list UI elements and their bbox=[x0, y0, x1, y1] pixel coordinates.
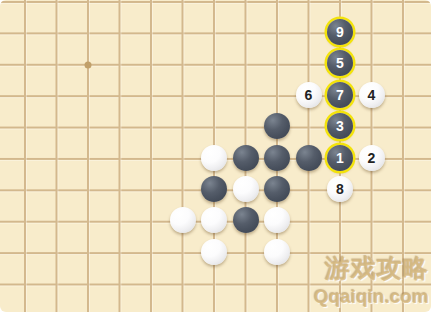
stone-white-2: 2 bbox=[359, 145, 385, 171]
star-point bbox=[85, 61, 92, 68]
stone-white-6: 6 bbox=[296, 82, 322, 108]
stone-black bbox=[264, 145, 290, 171]
stone-black-5: 5 bbox=[327, 50, 353, 76]
stone-white bbox=[264, 239, 290, 265]
stone-black bbox=[264, 113, 290, 139]
stone-white bbox=[233, 176, 259, 202]
stone-black-3: 3 bbox=[327, 113, 353, 139]
stone-black bbox=[201, 176, 227, 202]
stone-black bbox=[233, 145, 259, 171]
stone-black bbox=[233, 207, 259, 233]
stone-white bbox=[170, 207, 196, 233]
screenshot-stage: 956743128 游戏攻略 Qqaiqin.com bbox=[0, 0, 431, 312]
stone-white bbox=[201, 239, 227, 265]
stone-black bbox=[296, 145, 322, 171]
stone-white bbox=[201, 145, 227, 171]
stone-black bbox=[264, 176, 290, 202]
stone-white-4: 4 bbox=[359, 82, 385, 108]
stone-white-8: 8 bbox=[327, 176, 353, 202]
stone-black-1: 1 bbox=[327, 145, 353, 171]
stone-black-9: 9 bbox=[327, 19, 353, 45]
stone-white bbox=[201, 207, 227, 233]
stone-white bbox=[264, 207, 290, 233]
stone-black-7: 7 bbox=[327, 82, 353, 108]
gomoku-board[interactable]: 956743128 bbox=[0, 0, 431, 312]
